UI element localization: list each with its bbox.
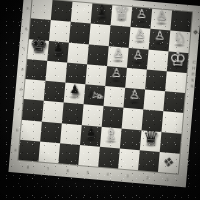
white-pawn-piece[interactable]: ♙ (131, 4, 152, 25)
board-cell[interactable] (67, 42, 89, 64)
edge-label: d (15, 78, 26, 99)
black-pawn-piece[interactable]: ♟ (48, 37, 69, 58)
board-cell[interactable]: ♙ (149, 29, 171, 51)
photo-stage: hgfedcba 87654321 ◆ CHESS ♝♕♙♙♙♙♘♚♟♙♙♔♙♟… (0, 0, 200, 200)
board-grid: ♝♕♙♙♙♙♘♚♟♙♙♔♙♟♗♙♟♗♛ (19, 0, 193, 174)
board-cell[interactable] (85, 64, 107, 86)
white-pawn-piece[interactable]: ♙ (130, 24, 151, 45)
board-cell[interactable] (31, 0, 53, 20)
white-king-piece[interactable]: ♔ (168, 47, 189, 68)
board-cell[interactable] (26, 59, 48, 81)
board-cell[interactable] (62, 103, 84, 125)
board-cell[interactable] (89, 24, 111, 46)
edge-label: 5 (77, 165, 98, 178)
white-pawn-piece[interactable]: ♙ (151, 5, 172, 26)
board-cell[interactable] (45, 61, 67, 83)
board-cell[interactable] (118, 148, 140, 170)
board-cell[interactable] (147, 49, 169, 71)
board-cell[interactable] (44, 81, 66, 103)
board-cell[interactable]: ♙ (105, 66, 127, 88)
black-pawn-piece[interactable]: ♟ (64, 79, 85, 100)
board-cell[interactable]: ♙ (123, 88, 145, 110)
board-cell[interactable]: ♚ (27, 39, 49, 61)
board-cell[interactable]: ♔ (167, 51, 189, 73)
white-pawn-piece[interactable]: ♙ (124, 84, 145, 105)
board-cell[interactable] (78, 145, 100, 167)
board-cell[interactable] (120, 128, 142, 150)
white-bishop-piece[interactable]: ♗ (101, 123, 122, 144)
edge-label: a (10, 139, 21, 160)
board-cell[interactable] (58, 143, 80, 165)
edge-label: h (22, 0, 33, 19)
board-cell[interactable]: ♙ (127, 47, 149, 69)
board-cell[interactable] (165, 71, 187, 93)
board-cell[interactable]: ♗ (100, 126, 122, 148)
board-cell[interactable] (60, 123, 82, 145)
white-pawn-piece[interactable]: ♙ (108, 42, 129, 63)
white-pawn-piece[interactable]: ♙ (149, 25, 170, 46)
brand-diamond-icon: ◆ (193, 27, 198, 34)
board-cell[interactable] (87, 44, 109, 66)
board-cell[interactable] (163, 91, 185, 113)
white-queen-piece[interactable]: ♕ (111, 2, 132, 23)
board-cell[interactable] (19, 140, 41, 162)
black-queen-piece[interactable]: ♛ (141, 126, 162, 147)
black-pawn-piece[interactable]: ♟ (81, 121, 102, 142)
board-cell[interactable] (138, 150, 160, 172)
board-cell[interactable] (42, 101, 64, 123)
board-cell[interactable] (24, 79, 46, 101)
board-cell[interactable] (143, 89, 165, 111)
board-cell[interactable]: ♟ (47, 40, 69, 62)
board-cell[interactable] (162, 111, 184, 133)
edge-label: 8 (18, 160, 39, 173)
board-cell[interactable] (51, 0, 73, 22)
edge-label: 6 (57, 164, 78, 177)
white-knight-piece[interactable]: ♘ (169, 27, 190, 48)
board-cell[interactable] (145, 69, 167, 91)
white-pawn-piece[interactable]: ♙ (106, 62, 127, 83)
edge-label: b (12, 118, 23, 139)
white-pawn-piece[interactable]: ♙ (128, 44, 149, 65)
board-cell[interactable] (98, 147, 120, 169)
chess-board: hgfedcba 87654321 ◆ CHESS ♝♕♙♙♙♙♘♚♟♙♙♔♙♟… (8, 0, 200, 187)
board-cell[interactable] (40, 121, 62, 143)
edge-label: 3 (117, 169, 138, 182)
board-cell[interactable] (69, 22, 91, 44)
board-cell[interactable] (122, 108, 144, 130)
board-cell[interactable] (20, 119, 42, 141)
board-cell[interactable]: ♝ (91, 4, 113, 26)
edge-label: 4 (97, 167, 118, 180)
edge-label: 1 (157, 172, 178, 185)
board-cell[interactable]: ♟ (80, 125, 102, 147)
board-cell[interactable]: ♗ (84, 84, 106, 106)
edge-label: c (13, 98, 24, 119)
board-cell[interactable]: ♕ (111, 5, 133, 27)
edge-label: e (17, 58, 28, 79)
black-bishop-piece[interactable]: ♝ (91, 0, 112, 21)
board-cell[interactable]: ♛ (140, 130, 162, 152)
board-cell[interactable] (38, 141, 60, 163)
board-cell[interactable]: ♟ (64, 83, 86, 105)
board-cell[interactable] (22, 99, 44, 121)
board-cell[interactable] (71, 2, 93, 24)
black-king-piece[interactable]: ♚ (28, 33, 49, 54)
edge-label: 2 (137, 171, 158, 184)
board-cell[interactable] (160, 132, 182, 154)
edge-label: 7 (38, 162, 59, 175)
